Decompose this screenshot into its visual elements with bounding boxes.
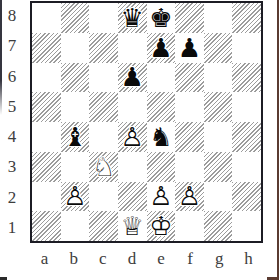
file-label-d: d: [117, 245, 146, 273]
square-c4[interactable]: [89, 122, 118, 152]
square-b4[interactable]: ♝: [61, 122, 90, 152]
white-pawn[interactable]: ♙: [147, 182, 176, 212]
square-c8[interactable]: [89, 3, 118, 33]
square-d3[interactable]: [118, 152, 147, 182]
square-h2[interactable]: [232, 182, 261, 212]
square-e7[interactable]: ♟: [147, 33, 176, 63]
square-f7[interactable]: ♟: [175, 33, 204, 63]
rank-label-7: 7: [0, 31, 24, 61]
square-c2[interactable]: [89, 182, 118, 212]
square-c1[interactable]: [89, 211, 118, 241]
white-pawn-fill: ♟: [118, 122, 147, 152]
square-g8[interactable]: [204, 3, 233, 33]
black-pawn[interactable]: ♟: [147, 33, 176, 63]
square-g2[interactable]: [204, 182, 233, 212]
rank-label-4: 4: [0, 122, 24, 152]
square-h7[interactable]: [232, 33, 261, 63]
white-king[interactable]: ♔: [147, 211, 176, 241]
square-b1[interactable]: [61, 211, 90, 241]
rank-label-5: 5: [0, 92, 24, 122]
white-knight[interactable]: ♘: [89, 152, 118, 182]
square-d6[interactable]: ♟: [118, 63, 147, 93]
square-d5[interactable]: [118, 92, 147, 122]
white-knight-fill: ♞: [89, 152, 118, 182]
square-f6[interactable]: [175, 63, 204, 93]
white-pawn-fill: ♟: [147, 182, 176, 212]
square-a2[interactable]: [32, 182, 61, 212]
square-e5[interactable]: [147, 92, 176, 122]
square-d8[interactable]: ♛: [118, 3, 147, 33]
square-g6[interactable]: [204, 63, 233, 93]
square-a7[interactable]: [32, 33, 61, 63]
file-label-e: e: [147, 245, 176, 273]
square-c7[interactable]: [89, 33, 118, 63]
white-pawn-fill: ♟: [175, 182, 204, 212]
scan-edge-right: [277, 0, 279, 280]
chess-board: ♛♚♟♟♟♝♟♙♞♞♘♟♙♟♙♟♙♛♕♚♔: [30, 1, 263, 243]
square-e3[interactable]: [147, 152, 176, 182]
white-pawn[interactable]: ♙: [175, 182, 204, 212]
square-e8[interactable]: ♚: [147, 3, 176, 33]
square-b8[interactable]: [61, 3, 90, 33]
square-b3[interactable]: [61, 152, 90, 182]
square-a1[interactable]: [32, 211, 61, 241]
square-h1[interactable]: [232, 211, 261, 241]
white-pawn[interactable]: ♙: [118, 122, 147, 152]
file-label-a: a: [30, 245, 59, 273]
square-d1[interactable]: ♛♕: [118, 211, 147, 241]
square-c3[interactable]: ♞♘: [89, 152, 118, 182]
square-f8[interactable]: [175, 3, 204, 33]
rank-label-2: 2: [0, 183, 24, 213]
square-b6[interactable]: [61, 63, 90, 93]
square-e1[interactable]: ♚♔: [147, 211, 176, 241]
black-queen[interactable]: ♛: [118, 3, 147, 33]
black-king[interactable]: ♚: [147, 3, 176, 33]
square-h8[interactable]: [232, 3, 261, 33]
white-pawn[interactable]: ♙: [61, 182, 90, 212]
square-h6[interactable]: [232, 63, 261, 93]
square-a5[interactable]: [32, 92, 61, 122]
square-e2[interactable]: ♟♙: [147, 182, 176, 212]
rank-label-1: 1: [0, 213, 24, 243]
file-label-b: b: [59, 245, 88, 273]
black-knight[interactable]: ♞: [147, 122, 176, 152]
square-h5[interactable]: [232, 92, 261, 122]
square-d2[interactable]: [118, 182, 147, 212]
square-b7[interactable]: [61, 33, 90, 63]
square-g7[interactable]: [204, 33, 233, 63]
file-label-c: c: [88, 245, 117, 273]
file-labels: abcdefgh: [30, 245, 263, 273]
square-b5[interactable]: [61, 92, 90, 122]
scan-edge-left: [0, 0, 2, 115]
rank-label-3: 3: [0, 152, 24, 182]
black-bishop[interactable]: ♝: [61, 122, 90, 152]
square-g5[interactable]: [204, 92, 233, 122]
square-e6[interactable]: [147, 63, 176, 93]
white-queen[interactable]: ♕: [118, 211, 147, 241]
rank-label-8: 8: [0, 1, 24, 31]
white-pawn-fill: ♟: [61, 182, 90, 212]
black-pawn[interactable]: ♟: [118, 63, 147, 93]
square-d7[interactable]: [118, 33, 147, 63]
square-g1[interactable]: [204, 211, 233, 241]
white-queen-fill: ♛: [118, 211, 147, 241]
file-label-h: h: [234, 245, 263, 273]
square-f4[interactable]: [175, 122, 204, 152]
rank-labels: 87654321: [0, 1, 24, 243]
black-pawn[interactable]: ♟: [175, 33, 204, 63]
square-a8[interactable]: [32, 3, 61, 33]
square-g4[interactable]: [204, 122, 233, 152]
square-f3[interactable]: [175, 152, 204, 182]
square-f1[interactable]: [175, 211, 204, 241]
square-d4[interactable]: ♟♙: [118, 122, 147, 152]
file-label-g: g: [205, 245, 234, 273]
file-label-f: f: [176, 245, 205, 273]
square-a6[interactable]: [32, 63, 61, 93]
square-b2[interactable]: ♟♙: [61, 182, 90, 212]
square-f2[interactable]: ♟♙: [175, 182, 204, 212]
rank-label-6: 6: [0, 62, 24, 92]
square-h3[interactable]: [232, 152, 261, 182]
square-c5[interactable]: [89, 92, 118, 122]
square-c6[interactable]: [89, 63, 118, 93]
square-e4[interactable]: ♞: [147, 122, 176, 152]
square-a3[interactable]: [32, 152, 61, 182]
square-h4[interactable]: [232, 122, 261, 152]
square-f5[interactable]: [175, 92, 204, 122]
white-king-fill: ♚: [147, 211, 176, 241]
square-g3[interactable]: [204, 152, 233, 182]
square-a4[interactable]: [32, 122, 61, 152]
